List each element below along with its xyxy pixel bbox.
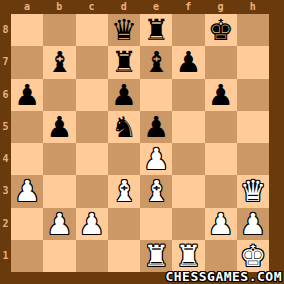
square-d5[interactable]: ♞ [108, 111, 140, 143]
square-c4[interactable] [76, 143, 108, 175]
white-pawn-b2[interactable]: ♟ [46, 208, 72, 240]
square-c8[interactable] [76, 14, 108, 46]
square-e6[interactable] [140, 79, 172, 111]
square-f1[interactable]: ♜ [172, 240, 204, 272]
square-d3[interactable]: ♝ [108, 175, 140, 207]
rank-label-3: 3 [0, 175, 11, 207]
square-e7[interactable]: ♝ [140, 46, 172, 78]
white-rook-f1[interactable]: ♜ [175, 240, 201, 272]
square-e2[interactable] [140, 208, 172, 240]
square-a4[interactable] [11, 143, 43, 175]
square-h4[interactable] [237, 143, 269, 175]
rank-label-1: 1 [0, 240, 11, 272]
white-rook-e1[interactable]: ♜ [143, 240, 169, 272]
square-h8[interactable] [237, 14, 269, 46]
file-label-h: h [237, 0, 269, 14]
square-b1[interactable] [43, 240, 75, 272]
black-pawn-b5[interactable]: ♟ [46, 111, 72, 143]
square-a7[interactable] [11, 46, 43, 78]
rank-label-6: 6 [0, 79, 11, 111]
square-h1[interactable]: ♚ [237, 240, 269, 272]
square-g7[interactable] [205, 46, 237, 78]
square-g3[interactable] [205, 175, 237, 207]
square-e1[interactable]: ♜ [140, 240, 172, 272]
square-e5[interactable]: ♟ [140, 111, 172, 143]
file-label-g: g [205, 0, 237, 14]
black-bishop-e7[interactable]: ♝ [143, 46, 169, 78]
rank-label-2: 2 [0, 208, 11, 240]
square-b8[interactable] [43, 14, 75, 46]
square-h5[interactable] [237, 111, 269, 143]
square-g1[interactable] [205, 240, 237, 272]
square-b7[interactable]: ♝ [43, 46, 75, 78]
rank-label-7: 7 [0, 46, 11, 78]
white-pawn-g2[interactable]: ♟ [208, 208, 234, 240]
black-pawn-e5[interactable]: ♟ [143, 111, 169, 143]
square-d4[interactable] [108, 143, 140, 175]
square-g5[interactable] [205, 111, 237, 143]
rank-label-4: 4 [0, 143, 11, 175]
square-d7[interactable]: ♜ [108, 46, 140, 78]
square-d6[interactable]: ♟ [108, 79, 140, 111]
black-rook-d7[interactable]: ♜ [111, 46, 137, 78]
white-bishop-d3[interactable]: ♝ [111, 175, 137, 207]
square-f4[interactable] [172, 143, 204, 175]
square-c3[interactable] [76, 175, 108, 207]
square-d8[interactable]: ♛ [108, 14, 140, 46]
square-b6[interactable] [43, 79, 75, 111]
square-h2[interactable]: ♟ [237, 208, 269, 240]
black-pawn-a6[interactable]: ♟ [14, 79, 40, 111]
square-e3[interactable]: ♝ [140, 175, 172, 207]
square-b5[interactable]: ♟ [43, 111, 75, 143]
square-a8[interactable] [11, 14, 43, 46]
square-c6[interactable] [76, 79, 108, 111]
black-queen-d8[interactable]: ♛ [111, 14, 137, 46]
white-pawn-a3[interactable]: ♟ [14, 175, 40, 207]
black-pawn-g6[interactable]: ♟ [208, 79, 234, 111]
black-pawn-f7[interactable]: ♟ [175, 46, 201, 78]
square-a6[interactable]: ♟ [11, 79, 43, 111]
file-labels: abcdefgh [11, 0, 269, 14]
square-f8[interactable] [172, 14, 204, 46]
square-f5[interactable] [172, 111, 204, 143]
square-f6[interactable] [172, 79, 204, 111]
file-label-b: b [43, 0, 75, 14]
square-c7[interactable] [76, 46, 108, 78]
square-g4[interactable] [205, 143, 237, 175]
rank-label-5: 5 [0, 111, 11, 143]
chess-board-frame: abcdefgh 87654321 ♛♜♚♝♜♝♟♟♟♟♟♞♟♟♟♝♝♛♟♟♟♟… [0, 0, 284, 284]
chess-board: ♛♜♚♝♜♝♟♟♟♟♟♞♟♟♟♝♝♛♟♟♟♟♜♜♚ [11, 14, 269, 272]
white-pawn-c2[interactable]: ♟ [79, 208, 105, 240]
square-b2[interactable]: ♟ [43, 208, 75, 240]
square-h7[interactable] [237, 46, 269, 78]
square-d2[interactable] [108, 208, 140, 240]
square-a5[interactable] [11, 111, 43, 143]
file-label-f: f [172, 0, 204, 14]
square-g2[interactable]: ♟ [205, 208, 237, 240]
file-label-e: e [140, 0, 172, 14]
file-label-a: a [11, 0, 43, 14]
square-c1[interactable] [76, 240, 108, 272]
square-e8[interactable]: ♜ [140, 14, 172, 46]
square-f3[interactable] [172, 175, 204, 207]
black-rook-e8[interactable]: ♜ [143, 14, 169, 46]
black-king-g8[interactable]: ♚ [208, 14, 234, 46]
square-f2[interactable] [172, 208, 204, 240]
square-f7[interactable]: ♟ [172, 46, 204, 78]
white-bishop-e3[interactable]: ♝ [143, 175, 169, 207]
white-pawn-h2[interactable]: ♟ [240, 208, 266, 240]
square-g8[interactable]: ♚ [205, 14, 237, 46]
white-king-h1[interactable]: ♚ [240, 240, 266, 272]
black-pawn-d6[interactable]: ♟ [111, 79, 137, 111]
white-pawn-e4[interactable]: ♟ [143, 143, 169, 175]
square-d1[interactable] [108, 240, 140, 272]
rank-label-8: 8 [0, 14, 11, 46]
square-h3[interactable]: ♛ [237, 175, 269, 207]
black-bishop-b7[interactable]: ♝ [46, 46, 72, 78]
chessgames-watermark: CHESSGAMES.COM [165, 269, 282, 284]
black-knight-d5[interactable]: ♞ [111, 111, 137, 143]
square-c2[interactable]: ♟ [76, 208, 108, 240]
square-g6[interactable]: ♟ [205, 79, 237, 111]
square-e4[interactable]: ♟ [140, 143, 172, 175]
square-a1[interactable] [11, 240, 43, 272]
file-label-d: d [108, 0, 140, 14]
rank-labels: 87654321 [0, 14, 11, 272]
square-a3[interactable]: ♟ [11, 175, 43, 207]
square-b4[interactable] [43, 143, 75, 175]
square-a2[interactable] [11, 208, 43, 240]
square-b3[interactable] [43, 175, 75, 207]
file-label-c: c [76, 0, 108, 14]
white-queen-h3[interactable]: ♛ [240, 175, 266, 207]
square-c5[interactable] [76, 111, 108, 143]
square-h6[interactable] [237, 79, 269, 111]
